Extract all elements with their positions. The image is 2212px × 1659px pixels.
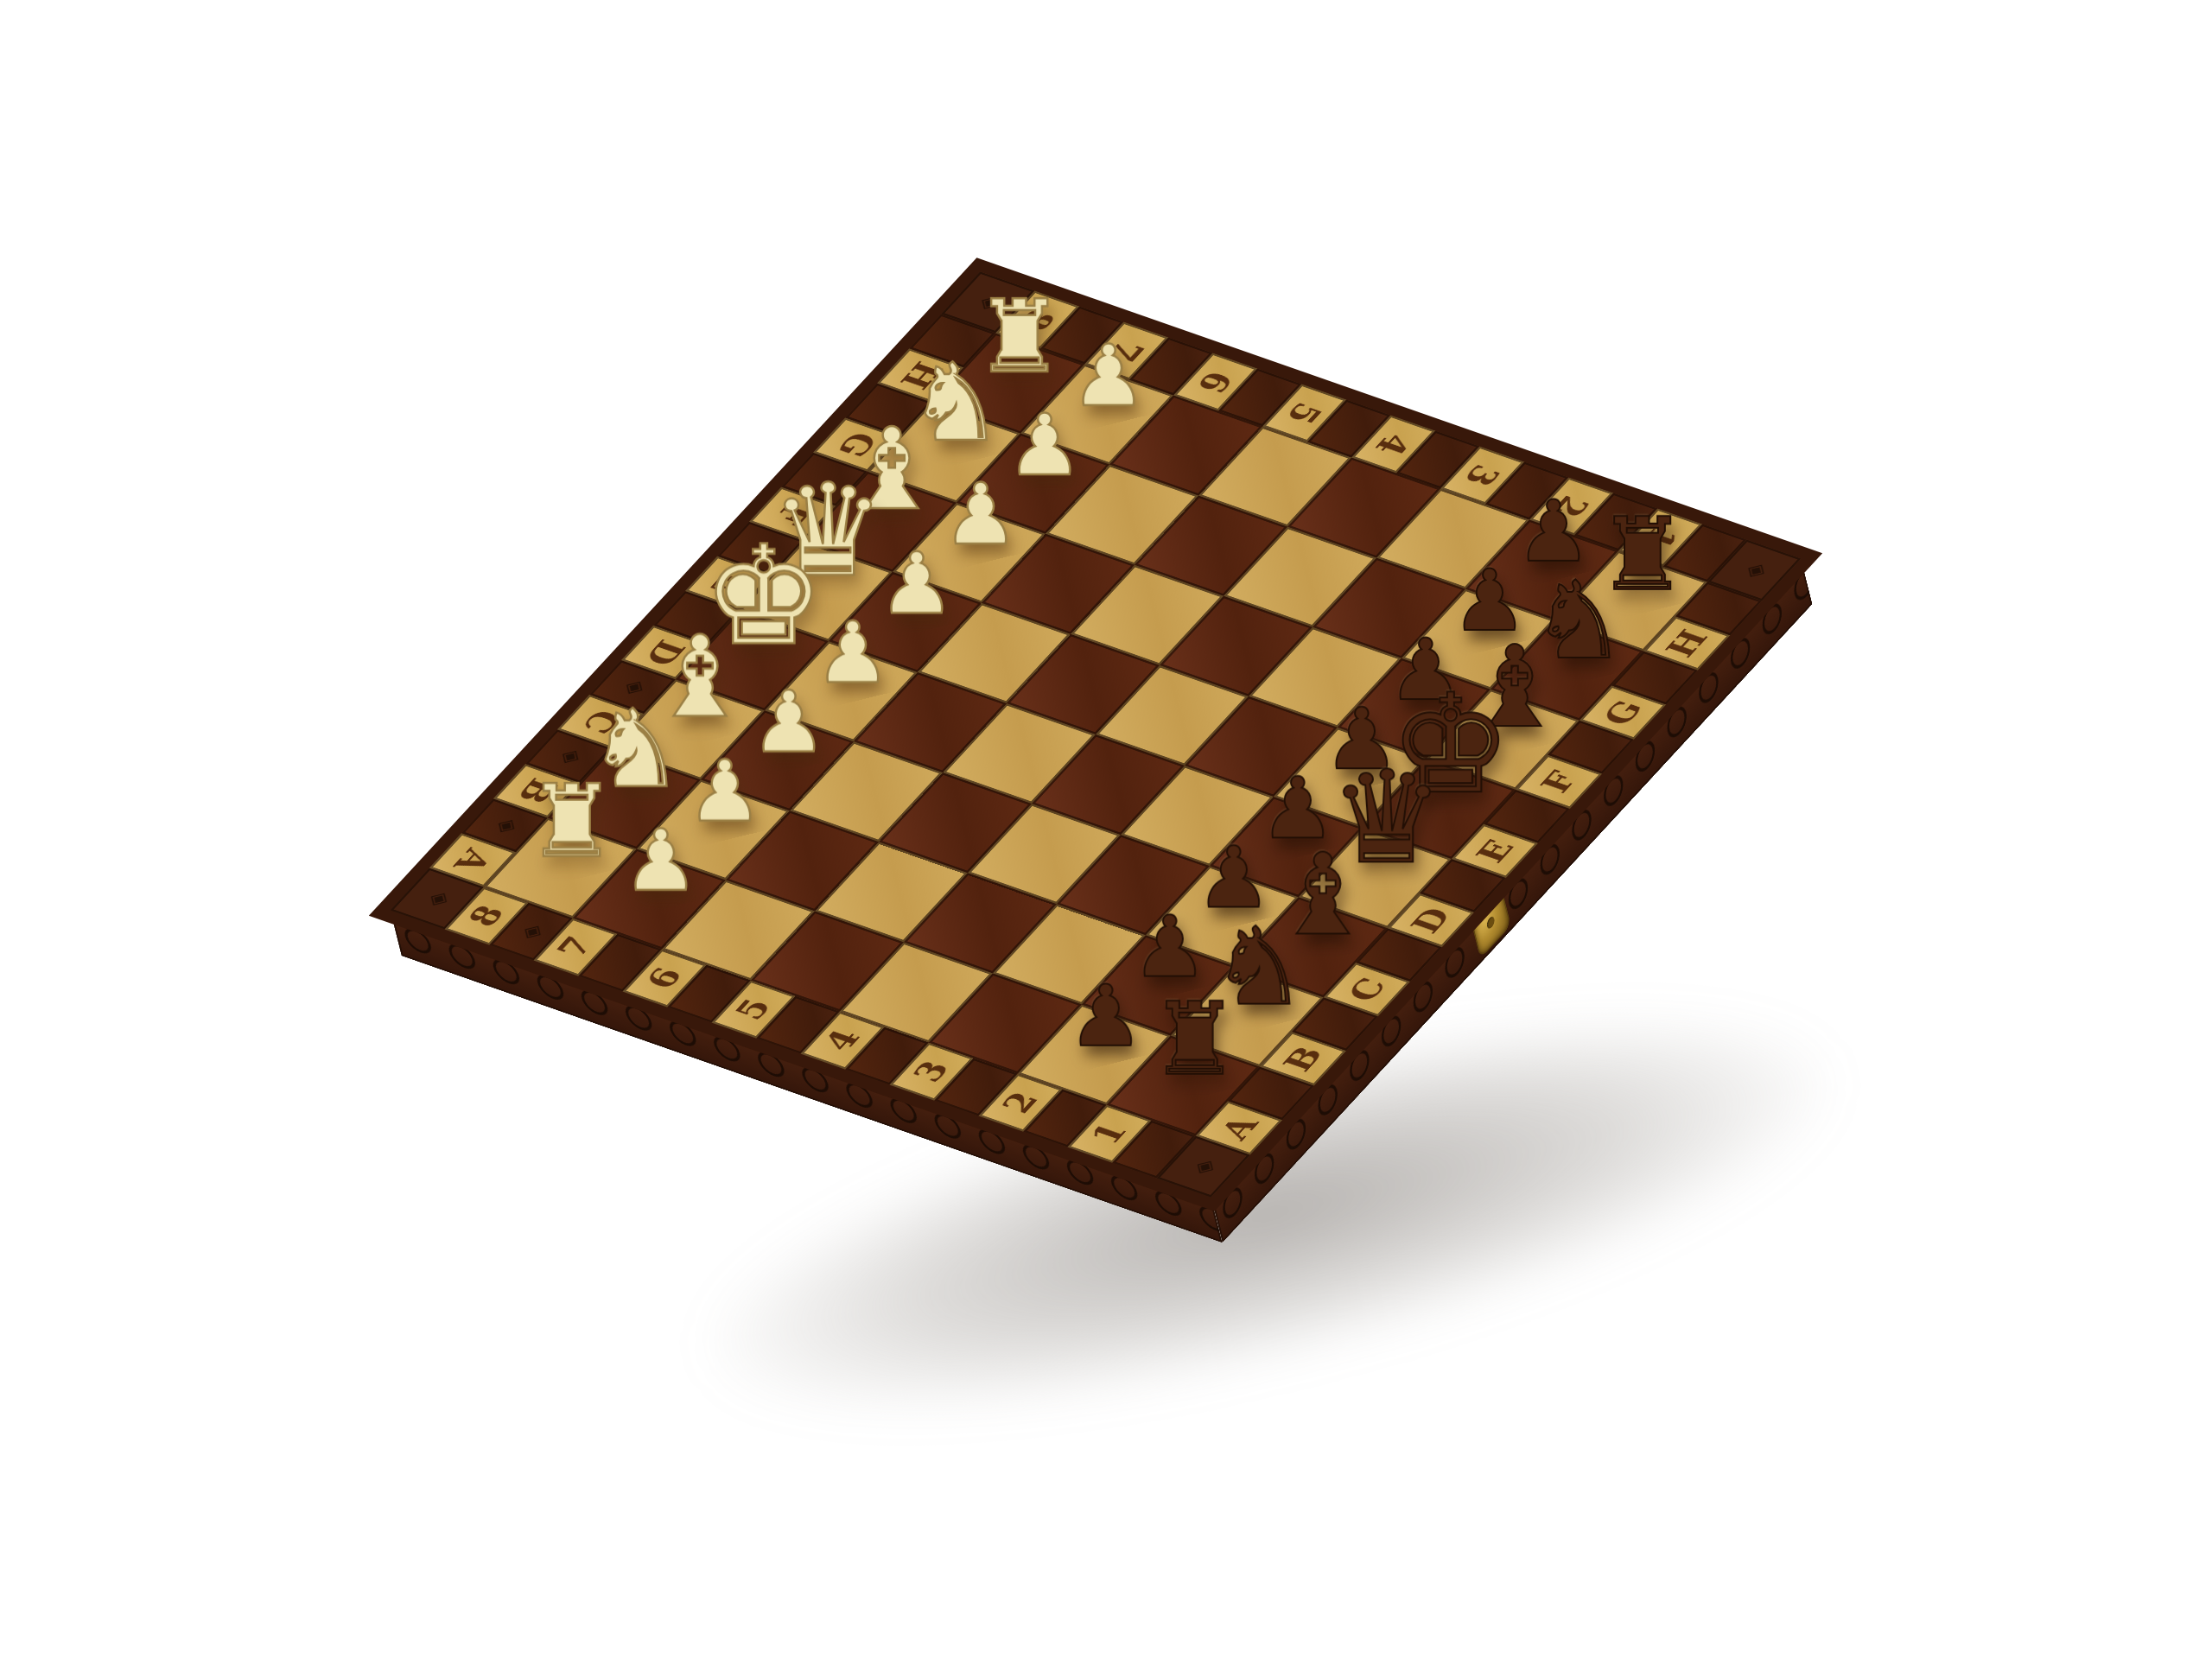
file-label: A (448, 845, 497, 875)
file-label: A (1214, 1113, 1263, 1143)
rank-label: 6 (640, 964, 688, 993)
rank-label: 4 (1370, 430, 1417, 459)
file-label: E (1471, 836, 1520, 867)
rank-label: 5 (729, 995, 777, 1024)
diamond-motif-icon: ◈ (515, 922, 547, 942)
file-label: F (1535, 767, 1582, 796)
rank-label: 3 (1459, 461, 1506, 490)
chess-piece-cream-pawn-a7: ♟ (583, 818, 739, 903)
file-label: H (1660, 626, 1713, 661)
rank-label: 8 (462, 902, 510, 931)
file-label: C (1342, 974, 1392, 1005)
product-photo-canvas: ◈ A◈B◈C◈DEFGH ◈ 8◈7654321 ♜♞♝♚♛♝♞♜♟♟♟♟♟♟… (0, 0, 2212, 1659)
rank-label: 5 (1281, 399, 1328, 428)
rank-label: 1 (1085, 1120, 1133, 1148)
rank-label: 6 (1192, 368, 1239, 397)
file-label: G (1597, 696, 1648, 728)
diamond-motif-icon: ◈ (1738, 561, 1770, 581)
file-label: B (1277, 1043, 1328, 1075)
rank-label: 3 (907, 1058, 955, 1086)
rank-label: 7 (551, 933, 599, 962)
chess-piece-dark-rook-a1: ♜ (1117, 989, 1273, 1090)
diamond-motif-icon: ◈ (421, 889, 453, 909)
rank-label: 2 (996, 1089, 1044, 1117)
rank-label: 4 (818, 1027, 866, 1055)
file-label: D (1405, 904, 1457, 937)
diamond-motif-icon: ◈ (1187, 1157, 1219, 1177)
